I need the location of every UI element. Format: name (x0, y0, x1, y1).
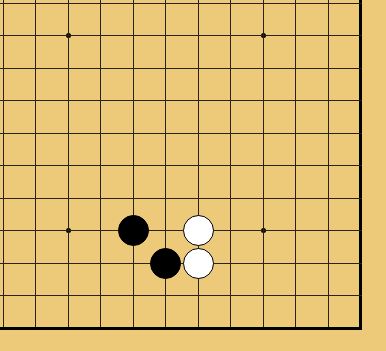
grid-line-horizontal (0, 68, 362, 69)
grid-line-horizontal (0, 3, 362, 4)
grid-line-horizontal (0, 35, 362, 36)
grid-line-horizontal (0, 198, 362, 199)
grid-line-horizontal (0, 230, 362, 231)
point-O3[interactable] (182, 247, 215, 280)
grid-line-horizontal (0, 100, 362, 101)
point-O4[interactable] (182, 214, 215, 247)
point-N3[interactable] (149, 247, 182, 280)
point-M4[interactable] (117, 214, 150, 247)
grid-line-horizontal (0, 165, 362, 166)
board-bottom-edge-line (0, 327, 362, 330)
black-stone-N3[interactable] (150, 248, 181, 279)
grid-line-horizontal (0, 263, 362, 264)
white-stone-O3[interactable] (183, 248, 214, 279)
black-stone-M4[interactable] (118, 215, 149, 246)
grid-line-horizontal (0, 295, 362, 296)
intersection-grid (0, 0, 377, 344)
go-diagram (0, 0, 386, 351)
go-board[interactable] (0, 0, 386, 351)
white-stone-O4[interactable] (183, 215, 214, 246)
grid-line-horizontal (0, 133, 362, 134)
